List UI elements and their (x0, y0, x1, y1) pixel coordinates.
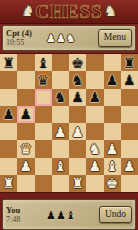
undo-button[interactable]: Undo (99, 206, 132, 224)
square-e3[interactable] (69, 140, 86, 157)
square-h7[interactable]: ♟ (121, 71, 138, 88)
square-a6[interactable] (0, 89, 17, 106)
square-f4[interactable] (86, 123, 103, 140)
square-a2[interactable] (0, 158, 17, 175)
square-e4[interactable]: ♟ (69, 123, 86, 140)
black-bishop-captured: ♝ (66, 210, 76, 221)
white-rook-a1: ♜ (2, 176, 15, 190)
square-b1[interactable] (17, 175, 34, 192)
chess-board: ♜♝♚♜♛♞♟♟♞♟♟♟♟♟♟♛♞♟♟♝♟♝♟♜♜♚ (0, 53, 138, 193)
square-d5[interactable] (52, 106, 69, 123)
square-f8[interactable] (86, 54, 103, 71)
square-a7[interactable] (0, 71, 17, 88)
white-bishop-g2: ♝ (106, 159, 119, 173)
square-g3[interactable]: ♟ (104, 140, 121, 157)
square-h2[interactable]: ♟ (121, 158, 138, 175)
square-g1[interactable]: ♚ (104, 175, 121, 192)
player-captured-tray: ♟♟♝ (46, 209, 99, 221)
player-clock: 7:48 (6, 215, 46, 225)
black-pawn-h7: ♟ (123, 73, 136, 87)
player-name: You (6, 205, 46, 215)
square-e6[interactable]: ♟ (69, 89, 86, 106)
square-a8[interactable]: ♜ (0, 54, 17, 71)
chess-app: ♞ CHESS ♞ Cpt (4) 10:55 ♟♟♞ Menu ♜♝♚♜♛♞♟… (0, 0, 138, 230)
square-b7[interactable] (17, 71, 34, 88)
square-h8[interactable]: ♜ (121, 54, 138, 71)
square-g6[interactable] (104, 89, 121, 106)
black-knight-e7: ♞ (71, 73, 84, 87)
square-c5[interactable] (35, 106, 52, 123)
square-c4[interactable] (35, 123, 52, 140)
square-e5[interactable] (69, 106, 86, 123)
square-a4[interactable] (0, 123, 17, 140)
black-pawn-f6: ♟ (89, 90, 102, 104)
black-rook-a8: ♜ (2, 56, 15, 70)
square-d3[interactable] (52, 140, 69, 157)
white-pawn-captured: ♟ (56, 33, 66, 44)
square-b8[interactable] (17, 54, 34, 71)
black-queen-c7: ♛ (37, 73, 50, 87)
square-g5[interactable] (104, 106, 121, 123)
square-g7[interactable]: ♟ (104, 71, 121, 88)
square-f5[interactable] (86, 106, 103, 123)
square-c2[interactable] (35, 158, 52, 175)
player-block: You 7:48 (6, 205, 46, 225)
opponent-info-bar: Cpt (4) 10:55 ♟♟♞ Menu (2, 25, 136, 51)
black-bishop-c8: ♝ (37, 56, 50, 70)
white-king-g1: ♚ (106, 176, 119, 190)
black-king-e8: ♚ (71, 56, 84, 70)
square-d7[interactable] (52, 71, 69, 88)
square-f1[interactable] (86, 175, 103, 192)
white-bishop-d2: ♝ (54, 159, 67, 173)
square-h5[interactable] (121, 106, 138, 123)
white-rook-e1: ♜ (71, 176, 84, 190)
square-c3[interactable] (35, 140, 52, 157)
square-h6[interactable] (121, 89, 138, 106)
square-d2[interactable]: ♝ (52, 158, 69, 175)
square-g2[interactable]: ♝ (104, 158, 121, 175)
white-pawn-f2: ♟ (89, 159, 102, 173)
black-rook-h8: ♜ (123, 56, 136, 70)
square-f6[interactable]: ♟ (86, 89, 103, 106)
square-e7[interactable]: ♞ (69, 71, 86, 88)
knight-icon: ♞ (104, 4, 117, 19)
black-knight-d6: ♞ (54, 90, 67, 104)
square-c7[interactable]: ♛ (35, 71, 52, 88)
square-a3[interactable] (0, 140, 17, 157)
white-pawn-d4: ♟ (54, 125, 67, 139)
menu-button[interactable]: Menu (98, 29, 132, 47)
black-pawn-b5: ♟ (20, 107, 33, 121)
black-pawn-captured: ♟ (46, 210, 56, 221)
square-h3[interactable] (121, 140, 138, 157)
square-f3[interactable]: ♞ (86, 140, 103, 157)
title-bar: ♞ CHESS ♞ (0, 0, 138, 24)
white-knight-f3: ♞ (89, 142, 102, 156)
square-d8[interactable] (52, 54, 69, 71)
square-e8[interactable]: ♚ (69, 54, 86, 71)
black-pawn-captured: ♟ (56, 210, 66, 221)
square-a1[interactable]: ♜ (0, 175, 17, 192)
white-pawn-b2: ♟ (20, 159, 33, 173)
black-pawn-g7: ♟ (106, 73, 119, 87)
square-b5[interactable]: ♟ (17, 106, 34, 123)
black-pawn-e6: ♟ (71, 90, 84, 104)
white-pawn-g3: ♟ (106, 142, 119, 156)
square-b6[interactable] (17, 89, 34, 106)
square-b2[interactable]: ♟ (17, 158, 34, 175)
square-g4[interactable] (104, 123, 121, 140)
square-h1[interactable] (121, 175, 138, 192)
square-e2[interactable] (69, 158, 86, 175)
white-pawn-h2: ♟ (123, 159, 136, 173)
square-d4[interactable]: ♟ (52, 123, 69, 140)
square-f7[interactable] (86, 71, 103, 88)
white-queen-b3: ♛ (20, 142, 33, 156)
square-d1[interactable] (52, 175, 69, 192)
white-pawn-e4: ♟ (71, 125, 84, 139)
opponent-captured-tray: ♟♟♞ (46, 32, 98, 44)
app-title: CHESS (35, 2, 102, 21)
opponent-name: Cpt (4) (6, 28, 46, 38)
opponent-clock: 10:55 (6, 38, 46, 48)
opponent-block: Cpt (4) 10:55 (6, 28, 46, 48)
square-h4[interactable] (121, 123, 138, 140)
white-knight-captured: ♞ (66, 33, 76, 44)
square-g8[interactable] (104, 54, 121, 71)
black-pawn-a5: ♟ (2, 107, 15, 121)
square-b4[interactable] (17, 123, 34, 140)
square-c8[interactable]: ♝ (35, 54, 52, 71)
square-c6[interactable] (35, 89, 52, 106)
square-a5[interactable]: ♟ (0, 106, 17, 123)
square-d6[interactable]: ♞ (52, 89, 69, 106)
knight-icon: ♞ (21, 4, 34, 19)
player-info-bar: You 7:48 ♟♟♝ Undo (2, 199, 136, 230)
square-b3[interactable]: ♛ (17, 140, 34, 157)
square-e1[interactable]: ♜ (69, 175, 86, 192)
square-c1[interactable] (35, 175, 52, 192)
square-f2[interactable]: ♟ (86, 158, 103, 175)
white-pawn-captured: ♟ (46, 33, 56, 44)
